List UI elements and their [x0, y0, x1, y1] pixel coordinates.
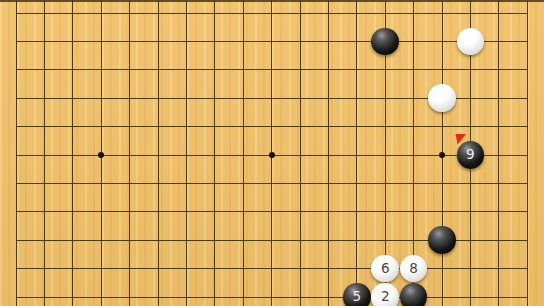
grid-line-vertical	[186, 0, 187, 306]
black-stone[interactable]	[400, 283, 428, 306]
black-stone[interactable]: 5	[343, 283, 371, 306]
grid-line-vertical	[214, 0, 215, 306]
move-number: 6	[381, 262, 390, 276]
white-stone[interactable]: 8	[400, 255, 428, 283]
move-number: 8	[409, 262, 418, 276]
grid-line-horizontal	[16, 13, 528, 14]
move-number: 9	[466, 148, 475, 162]
grid-line-vertical	[158, 0, 159, 306]
move-number: 2	[381, 290, 390, 304]
grid-line-vertical	[527, 0, 528, 306]
star-point	[439, 152, 445, 158]
grid-line-horizontal	[16, 183, 528, 184]
star-point	[269, 152, 275, 158]
grid-line-vertical	[356, 0, 357, 306]
grid-line-horizontal	[16, 126, 528, 127]
grid-line-horizontal	[16, 297, 528, 298]
grid-line-vertical	[16, 0, 17, 306]
black-stone[interactable]	[371, 28, 399, 56]
go-board[interactable]: 96852	[0, 0, 544, 306]
black-stone[interactable]: 9	[457, 141, 485, 169]
grid-line-vertical	[243, 0, 244, 306]
grid-line-horizontal	[16, 211, 528, 212]
white-stone[interactable]	[457, 28, 485, 56]
star-point	[98, 152, 104, 158]
grid-line-vertical	[498, 0, 499, 306]
grid-line-horizontal	[16, 69, 528, 70]
grid-line-vertical	[129, 0, 130, 306]
black-stone[interactable]	[428, 226, 456, 254]
grid-line-horizontal	[16, 268, 528, 269]
grid-line-vertical	[72, 0, 73, 306]
grid-line-vertical	[44, 0, 45, 306]
white-stone[interactable]	[428, 84, 456, 112]
grid-line-horizontal	[16, 41, 528, 42]
go-board-screenshot: 96852	[0, 0, 544, 306]
white-stone[interactable]: 2	[371, 283, 399, 306]
grid-line-vertical	[328, 0, 329, 306]
white-stone[interactable]: 6	[371, 255, 399, 283]
move-number: 5	[353, 290, 362, 304]
grid-line-vertical	[300, 0, 301, 306]
